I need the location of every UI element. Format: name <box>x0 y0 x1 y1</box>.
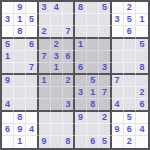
cell-r10c9[interactable]: 2 <box>99 112 111 124</box>
cell-r10c2[interactable]: 8 <box>14 112 26 124</box>
given-digit: 2 <box>65 76 70 85</box>
cell-r11c5[interactable] <box>51 124 63 136</box>
cell-r11c8[interactable] <box>87 124 99 136</box>
cell-r4c12[interactable]: 5 <box>136 39 148 51</box>
cell-r2c12[interactable]: 1 <box>136 14 148 26</box>
cell-r5c7[interactable] <box>75 51 87 63</box>
cell-r8c1[interactable] <box>2 87 14 99</box>
cell-r7c4[interactable]: 1 <box>39 75 51 87</box>
cell-r8c5[interactable] <box>51 87 63 99</box>
given-digit: 9 <box>42 137 47 146</box>
given-digit: 6 <box>127 125 132 134</box>
given-digit: 1 <box>78 40 83 49</box>
cell-r4c6[interactable] <box>63 39 75 51</box>
given-digit: 3 <box>115 15 120 24</box>
given-digit: 2 <box>127 3 132 12</box>
cell-r7c6[interactable]: 2 <box>63 75 75 87</box>
cell-r12c4[interactable]: 9 <box>39 136 51 148</box>
cell-r5c8[interactable] <box>87 51 99 63</box>
cell-r10c8[interactable] <box>87 112 99 124</box>
given-digit: 1 <box>139 15 144 24</box>
given-digit: 4 <box>29 125 34 134</box>
cell-r9c11[interactable] <box>124 99 136 111</box>
cell-r12c8[interactable]: 6 <box>87 136 99 148</box>
given-digit: 5 <box>5 40 10 49</box>
given-digit: 1 <box>17 137 22 146</box>
cell-r4c7[interactable]: 1 <box>75 39 87 51</box>
given-digit: 3 <box>78 88 83 97</box>
cell-r7c10[interactable]: 7 <box>112 75 124 87</box>
cell-r11c3[interactable]: 4 <box>26 124 38 136</box>
cell-r5c2[interactable] <box>14 51 26 63</box>
cell-r3c2[interactable]: 8 <box>14 26 26 38</box>
cell-r11c4[interactable] <box>39 124 51 136</box>
cell-r2c10[interactable]: 3 <box>112 14 124 26</box>
cell-r4c11[interactable] <box>124 39 136 51</box>
given-digit: 3 <box>42 3 47 12</box>
cell-r2c1[interactable]: 3 <box>2 14 14 26</box>
cell-r3c9[interactable] <box>99 26 111 38</box>
cell-r12c5[interactable] <box>51 136 63 148</box>
cell-r9c3[interactable] <box>26 99 38 111</box>
given-digit: 6 <box>139 100 144 109</box>
given-digit: 3 <box>102 63 107 72</box>
cell-r5c10[interactable] <box>112 51 124 63</box>
cell-r6c2[interactable] <box>14 63 26 75</box>
cell-r7c7[interactable] <box>75 75 87 87</box>
given-digit: 2 <box>42 27 47 36</box>
cell-r11c2[interactable]: 9 <box>14 124 26 136</box>
cell-r6c8[interactable] <box>87 63 99 75</box>
given-digit: 7 <box>102 88 107 97</box>
cell-r4c10[interactable] <box>112 39 124 51</box>
cell-r12c7[interactable] <box>75 136 87 148</box>
given-digit: 6 <box>5 125 10 134</box>
cell-r9c7[interactable] <box>75 99 87 111</box>
cell-r11c6[interactable] <box>63 124 75 136</box>
cell-r9c10[interactable]: 4 <box>112 99 124 111</box>
cell-r8c8[interactable]: 1 <box>87 87 99 99</box>
cell-r2c4[interactable] <box>39 14 51 26</box>
given-digit: 9 <box>115 125 120 134</box>
cell-r12c3[interactable] <box>26 136 38 148</box>
cell-r1c8[interactable] <box>87 2 99 14</box>
cell-r11c12[interactable]: 4 <box>136 124 148 136</box>
cell-r12c10[interactable] <box>112 136 124 148</box>
given-digit: 6 <box>90 137 95 146</box>
cell-r3c5[interactable] <box>51 26 63 38</box>
cell-r1c4[interactable]: 3 <box>39 2 51 14</box>
cell-r5c5[interactable]: 3 <box>51 51 63 63</box>
cell-r6c3[interactable]: 7 <box>26 63 38 75</box>
cell-r2c5[interactable] <box>51 14 63 26</box>
cell-r8c4[interactable] <box>39 87 51 99</box>
cell-r2c6[interactable] <box>63 14 75 26</box>
cell-r8c11[interactable] <box>124 87 136 99</box>
cell-r10c6[interactable] <box>63 112 75 124</box>
cell-r1c9[interactable]: 5 <box>99 2 111 14</box>
cell-r1c7[interactable]: 8 <box>75 2 87 14</box>
cell-r7c2[interactable] <box>14 75 26 87</box>
given-digit: 2 <box>127 137 132 146</box>
given-digit: 7 <box>65 27 70 36</box>
cell-r1c6[interactable] <box>63 2 75 14</box>
cell-r10c11[interactable]: 5 <box>124 112 136 124</box>
cell-r9c8[interactable]: 8 <box>87 99 99 111</box>
given-digit: 1 <box>42 76 47 85</box>
cell-r5c11[interactable] <box>124 51 136 63</box>
cell-r1c2[interactable]: 9 <box>14 2 26 14</box>
cell-r2c2[interactable]: 1 <box>14 14 26 26</box>
cell-r7c1[interactable]: 9 <box>2 75 14 87</box>
cell-r3c11[interactable]: 6 <box>124 26 136 38</box>
cell-r6c7[interactable]: 6 <box>75 63 87 75</box>
cell-r9c9[interactable] <box>99 99 111 111</box>
cell-r4c1[interactable]: 5 <box>2 39 14 51</box>
cell-r5c12[interactable] <box>136 51 148 63</box>
cell-r4c8[interactable] <box>87 39 99 51</box>
cell-r2c8[interactable] <box>87 14 99 26</box>
cell-r7c11[interactable] <box>124 75 136 87</box>
given-digit: 8 <box>17 113 22 122</box>
cell-r10c1[interactable] <box>2 112 14 124</box>
given-digit: 4 <box>115 100 120 109</box>
given-digit: 8 <box>90 100 95 109</box>
given-digit: 9 <box>78 113 83 122</box>
cell-r3c3[interactable] <box>26 26 38 38</box>
given-digit: 3 <box>5 15 10 24</box>
cell-r8c9[interactable]: 7 <box>99 87 111 99</box>
cell-r7c9[interactable] <box>99 75 111 87</box>
given-digit: 5 <box>90 76 95 85</box>
cell-r11c9[interactable] <box>99 124 111 136</box>
cell-r6c12[interactable]: 8 <box>136 63 148 75</box>
cell-r6c5[interactable]: 1 <box>51 63 63 75</box>
given-digit: 6 <box>127 27 132 36</box>
cell-r9c4[interactable] <box>39 99 51 111</box>
cell-r1c10[interactable] <box>112 2 124 14</box>
given-digit: 6 <box>29 40 34 49</box>
given-digit: 3 <box>65 100 70 109</box>
given-digit: 5 <box>29 15 34 24</box>
given-digit: 8 <box>78 3 83 12</box>
cell-r2c11[interactable]: 5 <box>124 14 136 26</box>
given-digit: 9 <box>17 125 22 134</box>
cell-r9c5[interactable] <box>51 99 63 111</box>
cell-r6c10[interactable] <box>112 63 124 75</box>
cell-r1c3[interactable] <box>26 2 38 14</box>
cell-r6c4[interactable] <box>39 63 51 75</box>
cell-r7c8[interactable]: 5 <box>87 75 99 87</box>
cell-r3c1[interactable] <box>2 26 14 38</box>
cell-r7c3[interactable] <box>26 75 38 87</box>
cell-r5c3[interactable] <box>26 51 38 63</box>
cell-r8c10[interactable] <box>112 87 124 99</box>
cell-r10c3[interactable] <box>26 112 38 124</box>
cell-r6c9[interactable]: 3 <box>99 63 111 75</box>
cell-r9c12[interactable]: 6 <box>136 99 148 111</box>
cell-r5c9[interactable] <box>99 51 111 63</box>
cell-r10c10[interactable] <box>112 112 124 124</box>
cell-r1c5[interactable]: 4 <box>51 2 63 14</box>
cell-r6c11[interactable] <box>124 63 136 75</box>
cell-r11c10[interactable]: 9 <box>112 124 124 136</box>
cell-r11c7[interactable] <box>75 124 87 136</box>
cell-r5c4[interactable]: 7 <box>39 51 51 63</box>
given-digit: 7 <box>115 76 120 85</box>
cell-r3c10[interactable] <box>112 26 124 38</box>
given-digit: 6 <box>65 52 70 61</box>
cell-r9c6[interactable]: 3 <box>63 99 75 111</box>
cell-r1c11[interactable]: 2 <box>124 2 136 14</box>
cell-r6c6[interactable] <box>63 63 75 75</box>
cell-r12c11[interactable]: 2 <box>124 136 136 148</box>
cell-r7c5[interactable] <box>51 75 63 87</box>
given-digit: 2 <box>54 40 59 49</box>
cell-r8c12[interactable]: 2 <box>136 87 148 99</box>
cell-r3c6[interactable]: 7 <box>63 26 75 38</box>
given-digit: 2 <box>102 113 107 122</box>
given-digit: 1 <box>17 15 22 24</box>
cell-r4c5[interactable]: 2 <box>51 39 63 51</box>
given-digit: 5 <box>139 40 144 49</box>
cell-r3c8[interactable] <box>87 26 99 38</box>
cell-r12c2[interactable]: 1 <box>14 136 26 148</box>
cell-r9c1[interactable]: 4 <box>2 99 14 111</box>
cell-r2c7[interactable] <box>75 14 87 26</box>
cell-r10c12[interactable] <box>136 112 148 124</box>
cell-r7c12[interactable] <box>136 75 148 87</box>
given-digit: 8 <box>17 27 22 36</box>
cell-r8c2[interactable] <box>14 87 26 99</box>
cell-r2c3[interactable]: 5 <box>26 14 38 26</box>
given-digit: 5 <box>127 113 132 122</box>
given-digit: 5 <box>127 15 132 24</box>
given-digit: 2 <box>139 88 144 97</box>
cell-r12c12[interactable] <box>136 136 148 148</box>
cell-r3c7[interactable] <box>75 26 87 38</box>
given-digit: 9 <box>5 76 10 85</box>
cell-r12c6[interactable]: 8 <box>63 136 75 148</box>
cell-r5c6[interactable]: 6 <box>63 51 75 63</box>
given-digit: 4 <box>54 3 59 12</box>
given-digit: 4 <box>139 125 144 134</box>
cell-r4c9[interactable] <box>99 39 111 51</box>
cell-r10c5[interactable] <box>51 112 63 124</box>
cell-r5c1[interactable]: 1 <box>2 51 14 63</box>
given-digit: 7 <box>29 63 34 72</box>
given-digit: 1 <box>5 52 10 61</box>
cell-r8c6[interactable] <box>63 87 75 99</box>
given-digit: 8 <box>139 63 144 72</box>
cell-r8c3[interactable] <box>26 87 38 99</box>
cell-r11c11[interactable]: 6 <box>124 124 136 136</box>
cell-r1c1[interactable] <box>2 2 14 14</box>
cell-r9c2[interactable] <box>14 99 26 111</box>
cell-r12c1[interactable] <box>2 136 14 148</box>
cell-r12c9[interactable]: 5 <box>99 136 111 148</box>
cell-r4c2[interactable] <box>14 39 26 51</box>
given-digit: 3 <box>54 52 59 61</box>
given-digit: 5 <box>102 137 107 146</box>
given-digit: 1 <box>90 88 95 97</box>
given-digit: 7 <box>42 52 47 61</box>
cell-r6c1[interactable] <box>2 63 14 75</box>
sudoku-board: 9348523153518276562151736716389125731724… <box>0 0 150 150</box>
cell-r4c4[interactable] <box>39 39 51 51</box>
given-digit: 4 <box>5 100 10 109</box>
cell-r11c1[interactable]: 6 <box>2 124 14 136</box>
given-digit: 1 <box>54 63 59 72</box>
given-digit: 5 <box>102 3 107 12</box>
cell-r8c7[interactable]: 3 <box>75 87 87 99</box>
cell-r3c12[interactable] <box>136 26 148 38</box>
cell-r2c9[interactable] <box>99 14 111 26</box>
cell-r10c4[interactable] <box>39 112 51 124</box>
given-digit: 6 <box>78 63 83 72</box>
given-digit: 8 <box>65 137 70 146</box>
cell-r4c3[interactable]: 6 <box>26 39 38 51</box>
cell-r10c7[interactable]: 9 <box>75 112 87 124</box>
cell-r3c4[interactable]: 2 <box>39 26 51 38</box>
given-digit: 9 <box>17 3 22 12</box>
cell-r1c12[interactable] <box>136 2 148 14</box>
